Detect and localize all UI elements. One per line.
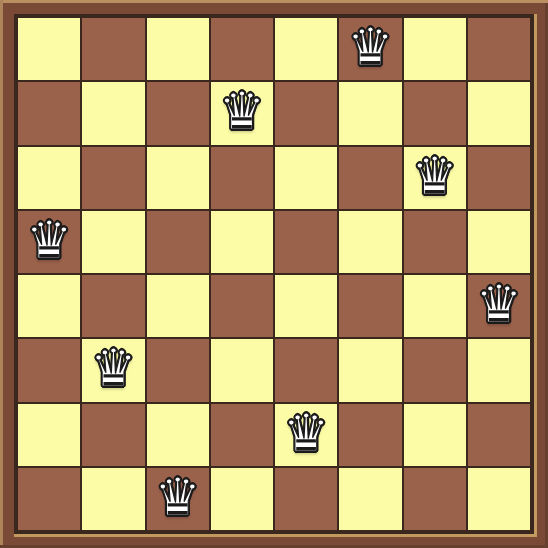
- square-d8[interactable]: [211, 18, 273, 80]
- square-c7[interactable]: [147, 82, 209, 144]
- square-e3[interactable]: [275, 339, 337, 401]
- white-queen-h4[interactable]: ♛: [476, 278, 523, 330]
- square-g2[interactable]: [404, 404, 466, 466]
- square-d4[interactable]: [211, 275, 273, 337]
- square-d2[interactable]: [211, 404, 273, 466]
- square-d1[interactable]: [211, 468, 273, 530]
- square-b8[interactable]: [82, 18, 144, 80]
- square-a8[interactable]: [18, 18, 80, 80]
- board-inner-border: ♛♛♛♛♛♛♛♛: [14, 14, 537, 537]
- square-h1[interactable]: [468, 468, 530, 530]
- square-c6[interactable]: [147, 147, 209, 209]
- square-f5[interactable]: [339, 211, 401, 273]
- square-h6[interactable]: [468, 147, 530, 209]
- square-g8[interactable]: [404, 18, 466, 80]
- white-queen-g6[interactable]: ♛: [411, 150, 458, 202]
- square-a6[interactable]: [18, 147, 80, 209]
- square-f8[interactable]: ♛: [339, 18, 401, 80]
- square-a2[interactable]: [18, 404, 80, 466]
- square-h2[interactable]: [468, 404, 530, 466]
- white-queen-b3[interactable]: ♛: [90, 342, 137, 394]
- square-b1[interactable]: [82, 468, 144, 530]
- square-a5[interactable]: ♛: [18, 211, 80, 273]
- square-a1[interactable]: [18, 468, 80, 530]
- square-d5[interactable]: [211, 211, 273, 273]
- square-h5[interactable]: [468, 211, 530, 273]
- frame-highlight-top: [0, 0, 548, 3]
- square-a7[interactable]: [18, 82, 80, 144]
- square-f2[interactable]: [339, 404, 401, 466]
- white-queen-f8[interactable]: ♛: [347, 21, 394, 73]
- square-b2[interactable]: [82, 404, 144, 466]
- square-e2[interactable]: ♛: [275, 404, 337, 466]
- square-b4[interactable]: [82, 275, 144, 337]
- square-g1[interactable]: [404, 468, 466, 530]
- square-b5[interactable]: [82, 211, 144, 273]
- square-c3[interactable]: [147, 339, 209, 401]
- white-queen-c1[interactable]: ♛: [154, 471, 201, 523]
- square-d6[interactable]: [211, 147, 273, 209]
- square-f6[interactable]: [339, 147, 401, 209]
- white-queen-d7[interactable]: ♛: [219, 85, 266, 137]
- square-d7[interactable]: ♛: [211, 82, 273, 144]
- white-queen-a5[interactable]: ♛: [26, 214, 73, 266]
- square-h7[interactable]: [468, 82, 530, 144]
- square-g6[interactable]: ♛: [404, 147, 466, 209]
- square-b7[interactable]: [82, 82, 144, 144]
- white-queen-e2[interactable]: ♛: [283, 407, 330, 459]
- square-f3[interactable]: [339, 339, 401, 401]
- square-c2[interactable]: [147, 404, 209, 466]
- square-e1[interactable]: [275, 468, 337, 530]
- square-c5[interactable]: [147, 211, 209, 273]
- square-e4[interactable]: [275, 275, 337, 337]
- square-b6[interactable]: [82, 147, 144, 209]
- square-g7[interactable]: [404, 82, 466, 144]
- square-g5[interactable]: [404, 211, 466, 273]
- square-g3[interactable]: [404, 339, 466, 401]
- square-a4[interactable]: [18, 275, 80, 337]
- square-f1[interactable]: [339, 468, 401, 530]
- square-e7[interactable]: [275, 82, 337, 144]
- square-f7[interactable]: [339, 82, 401, 144]
- square-c8[interactable]: [147, 18, 209, 80]
- square-b3[interactable]: ♛: [82, 339, 144, 401]
- square-h8[interactable]: [468, 18, 530, 80]
- board: ♛♛♛♛♛♛♛♛: [18, 18, 530, 530]
- square-c4[interactable]: [147, 275, 209, 337]
- square-e6[interactable]: [275, 147, 337, 209]
- square-h4[interactable]: ♛: [468, 275, 530, 337]
- frame-highlight-left: [0, 0, 3, 548]
- square-e5[interactable]: [275, 211, 337, 273]
- square-d3[interactable]: [211, 339, 273, 401]
- square-e8[interactable]: [275, 18, 337, 80]
- square-g4[interactable]: [404, 275, 466, 337]
- chessboard-frame: ♛♛♛♛♛♛♛♛: [0, 0, 548, 548]
- square-a3[interactable]: [18, 339, 80, 401]
- square-c1[interactable]: ♛: [147, 468, 209, 530]
- square-h3[interactable]: [468, 339, 530, 401]
- square-f4[interactable]: [339, 275, 401, 337]
